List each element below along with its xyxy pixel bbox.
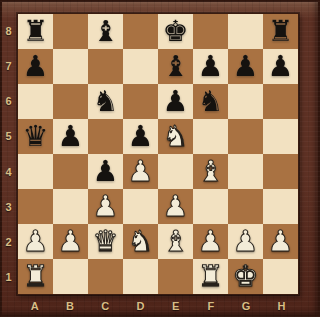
piece-white-pawn[interactable]: ♟ <box>93 189 119 224</box>
square-f8[interactable] <box>193 14 228 49</box>
square-g8[interactable] <box>228 14 263 49</box>
rank-label-4: 4 <box>0 154 17 189</box>
piece-white-pawn[interactable]: ♟ <box>128 154 154 189</box>
piece-white-pawn[interactable]: ♟ <box>268 224 294 259</box>
square-g2[interactable]: ♟ <box>228 224 263 259</box>
square-d5[interactable]: ♟ <box>123 119 158 154</box>
square-g1[interactable]: ♚ <box>228 259 263 294</box>
square-e3[interactable]: ♟ <box>158 189 193 224</box>
piece-black-rook[interactable]: ♜ <box>23 14 49 49</box>
square-a5[interactable]: ♛ <box>18 119 53 154</box>
square-g6[interactable] <box>228 84 263 119</box>
square-c2[interactable]: ♛ <box>88 224 123 259</box>
file-label-e: E <box>158 294 193 317</box>
square-f7[interactable]: ♟ <box>193 49 228 84</box>
square-h5[interactable] <box>263 119 298 154</box>
square-f5[interactable] <box>193 119 228 154</box>
piece-white-queen[interactable]: ♛ <box>93 224 119 259</box>
square-h3[interactable] <box>263 189 298 224</box>
square-b1[interactable] <box>53 259 88 294</box>
square-b8[interactable] <box>53 14 88 49</box>
square-h8[interactable]: ♜ <box>263 14 298 49</box>
square-e8[interactable]: ♚ <box>158 14 193 49</box>
square-c3[interactable]: ♟ <box>88 189 123 224</box>
piece-black-pawn[interactable]: ♟ <box>128 119 154 154</box>
piece-black-knight[interactable]: ♞ <box>198 84 224 119</box>
piece-black-knight[interactable]: ♞ <box>93 84 119 119</box>
piece-black-pawn[interactable]: ♟ <box>23 49 49 84</box>
piece-black-pawn[interactable]: ♟ <box>58 119 84 154</box>
square-g3[interactable] <box>228 189 263 224</box>
piece-white-bishop[interactable]: ♝ <box>163 224 189 259</box>
square-d6[interactable] <box>123 84 158 119</box>
square-e7[interactable]: ♝ <box>158 49 193 84</box>
piece-white-pawn[interactable]: ♟ <box>233 224 259 259</box>
square-e2[interactable]: ♝ <box>158 224 193 259</box>
square-b7[interactable] <box>53 49 88 84</box>
piece-black-pawn[interactable]: ♟ <box>198 49 224 84</box>
piece-white-knight[interactable]: ♞ <box>163 119 189 154</box>
square-f2[interactable]: ♟ <box>193 224 228 259</box>
square-d8[interactable] <box>123 14 158 49</box>
square-a7[interactable]: ♟ <box>18 49 53 84</box>
piece-white-pawn[interactable]: ♟ <box>58 224 84 259</box>
piece-black-queen[interactable]: ♛ <box>23 119 49 154</box>
file-label-h: H <box>264 294 299 317</box>
square-c8[interactable]: ♝ <box>88 14 123 49</box>
piece-black-bishop[interactable]: ♝ <box>93 14 119 49</box>
square-c5[interactable] <box>88 119 123 154</box>
square-g5[interactable] <box>228 119 263 154</box>
square-b3[interactable] <box>53 189 88 224</box>
piece-black-pawn[interactable]: ♟ <box>93 154 119 189</box>
square-h2[interactable]: ♟ <box>263 224 298 259</box>
square-h6[interactable] <box>263 84 298 119</box>
piece-white-pawn[interactable]: ♟ <box>163 189 189 224</box>
square-a1[interactable]: ♜ <box>18 259 53 294</box>
square-f1[interactable]: ♜ <box>193 259 228 294</box>
square-c4[interactable]: ♟ <box>88 154 123 189</box>
square-f6[interactable]: ♞ <box>193 84 228 119</box>
square-c7[interactable] <box>88 49 123 84</box>
file-label-a: A <box>17 294 52 317</box>
square-b2[interactable]: ♟ <box>53 224 88 259</box>
piece-white-rook[interactable]: ♜ <box>198 259 224 294</box>
piece-white-king[interactable]: ♚ <box>233 259 259 294</box>
piece-white-bishop[interactable]: ♝ <box>198 154 224 189</box>
piece-black-pawn[interactable]: ♟ <box>268 49 294 84</box>
rank-label-5: 5 <box>0 119 17 154</box>
file-label-g: G <box>229 294 264 317</box>
file-label-c: C <box>88 294 123 317</box>
square-a4[interactable] <box>18 154 53 189</box>
rank-label-3: 3 <box>0 189 17 224</box>
square-e6[interactable]: ♟ <box>158 84 193 119</box>
rank-label-6: 6 <box>0 84 17 119</box>
square-c6[interactable]: ♞ <box>88 84 123 119</box>
square-d3[interactable] <box>123 189 158 224</box>
rank-labels: 87654321 <box>0 13 17 295</box>
piece-black-bishop[interactable]: ♝ <box>163 49 189 84</box>
square-d2[interactable]: ♞ <box>123 224 158 259</box>
square-d7[interactable] <box>123 49 158 84</box>
piece-white-rook[interactable]: ♜ <box>23 259 49 294</box>
piece-white-pawn[interactable]: ♟ <box>198 224 224 259</box>
square-e1[interactable] <box>158 259 193 294</box>
square-d4[interactable]: ♟ <box>123 154 158 189</box>
board-frame: 87654321 ABCDEFGH ♜♝♚♜♟♝♟♟♟♞♟♞♛♟♟♞♟♟♝♟♟♟… <box>0 0 320 317</box>
square-b4[interactable] <box>53 154 88 189</box>
square-a6[interactable] <box>18 84 53 119</box>
square-e4[interactable] <box>158 154 193 189</box>
square-d1[interactable] <box>123 259 158 294</box>
square-c1[interactable] <box>88 259 123 294</box>
rank-label-8: 8 <box>0 13 17 48</box>
rank-label-1: 1 <box>0 260 17 295</box>
file-label-b: B <box>52 294 87 317</box>
square-a8[interactable]: ♜ <box>18 14 53 49</box>
square-b5[interactable]: ♟ <box>53 119 88 154</box>
square-h4[interactable] <box>263 154 298 189</box>
square-b6[interactable] <box>53 84 88 119</box>
square-a3[interactable] <box>18 189 53 224</box>
piece-black-rook[interactable]: ♜ <box>268 14 294 49</box>
square-f3[interactable] <box>193 189 228 224</box>
square-g7[interactable]: ♟ <box>228 49 263 84</box>
rank-label-2: 2 <box>0 225 17 260</box>
piece-black-pawn[interactable]: ♟ <box>163 84 189 119</box>
file-labels: ABCDEFGH <box>17 294 299 317</box>
piece-black-king[interactable]: ♚ <box>163 14 189 49</box>
square-e5[interactable]: ♞ <box>158 119 193 154</box>
square-h7[interactable]: ♟ <box>263 49 298 84</box>
piece-white-knight[interactable]: ♞ <box>128 224 154 259</box>
piece-black-pawn[interactable]: ♟ <box>233 49 259 84</box>
rank-label-7: 7 <box>0 48 17 83</box>
file-label-d: D <box>123 294 158 317</box>
file-label-f: F <box>193 294 228 317</box>
piece-white-pawn[interactable]: ♟ <box>23 224 49 259</box>
square-f4[interactable]: ♝ <box>193 154 228 189</box>
chess-board: ♜♝♚♜♟♝♟♟♟♞♟♞♛♟♟♞♟♟♝♟♟♟♟♛♞♝♟♟♟♜♜♚ <box>17 13 299 295</box>
square-a2[interactable]: ♟ <box>18 224 53 259</box>
square-g4[interactable] <box>228 154 263 189</box>
square-h1[interactable] <box>263 259 298 294</box>
